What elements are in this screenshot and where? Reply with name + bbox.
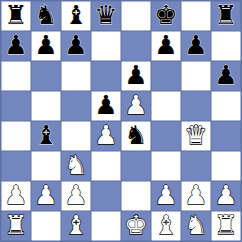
square-c4[interactable]	[61, 121, 91, 151]
piece-black-pawn[interactable]: ♟	[64, 32, 87, 58]
square-c6[interactable]	[61, 61, 91, 91]
square-d3[interactable]	[91, 151, 121, 181]
square-f1[interactable]: ♝	[151, 211, 181, 241]
piece-white-bishop[interactable]: ♝	[154, 212, 177, 238]
square-c3[interactable]: ♞	[61, 151, 91, 181]
square-c5[interactable]	[61, 91, 91, 121]
square-h7[interactable]	[211, 31, 241, 61]
piece-white-bishop[interactable]: ♝	[64, 212, 87, 238]
piece-white-pawn[interactable]: ♟	[124, 92, 147, 118]
piece-white-pawn[interactable]: ♟	[34, 182, 57, 208]
piece-black-rook[interactable]: ♜	[4, 2, 27, 28]
square-e8[interactable]	[121, 1, 151, 31]
square-b8[interactable]: ♞	[31, 1, 61, 31]
square-f4[interactable]	[151, 121, 181, 151]
square-g3[interactable]	[181, 151, 211, 181]
piece-white-pawn[interactable]: ♟	[4, 182, 27, 208]
chess-board: ♜♞♝♛♚♜♟♟♟♟♟♟♟♟♟♝♟♞♛♞♟♟♟♟♟♟♜♝♚♝♞♜	[0, 0, 242, 242]
square-f2[interactable]: ♟	[151, 181, 181, 211]
square-c1[interactable]: ♝	[61, 211, 91, 241]
square-a6[interactable]	[1, 61, 31, 91]
square-b6[interactable]	[31, 61, 61, 91]
piece-black-pawn[interactable]: ♟	[214, 62, 237, 88]
square-d6[interactable]	[91, 61, 121, 91]
square-f8[interactable]: ♚	[151, 1, 181, 31]
square-b2[interactable]: ♟	[31, 181, 61, 211]
square-e6[interactable]: ♟	[121, 61, 151, 91]
square-h1[interactable]: ♜	[211, 211, 241, 241]
square-f5[interactable]	[151, 91, 181, 121]
square-g7[interactable]: ♟	[181, 31, 211, 61]
square-b7[interactable]: ♟	[31, 31, 61, 61]
piece-white-pawn[interactable]: ♟	[154, 182, 177, 208]
piece-white-rook[interactable]: ♜	[4, 212, 27, 238]
piece-black-pawn[interactable]: ♟	[184, 32, 207, 58]
piece-black-bishop[interactable]: ♝	[34, 122, 57, 148]
piece-white-pawn[interactable]: ♟	[94, 122, 117, 148]
square-g4[interactable]: ♛	[181, 121, 211, 151]
square-e3[interactable]	[121, 151, 151, 181]
piece-black-king[interactable]: ♚	[154, 2, 177, 28]
square-e7[interactable]	[121, 31, 151, 61]
square-h8[interactable]: ♜	[211, 1, 241, 31]
piece-white-queen[interactable]: ♛	[184, 122, 207, 148]
piece-white-pawn[interactable]: ♟	[214, 182, 237, 208]
piece-black-rook[interactable]: ♜	[214, 2, 237, 28]
piece-white-pawn[interactable]: ♟	[184, 182, 207, 208]
square-a7[interactable]: ♟	[1, 31, 31, 61]
square-c7[interactable]: ♟	[61, 31, 91, 61]
square-g2[interactable]: ♟	[181, 181, 211, 211]
square-a1[interactable]: ♜	[1, 211, 31, 241]
square-e2[interactable]	[121, 181, 151, 211]
square-d2[interactable]	[91, 181, 121, 211]
square-f7[interactable]: ♟	[151, 31, 181, 61]
square-a5[interactable]	[1, 91, 31, 121]
square-f3[interactable]	[151, 151, 181, 181]
square-a2[interactable]: ♟	[1, 181, 31, 211]
piece-white-king[interactable]: ♚	[124, 212, 147, 238]
square-d5[interactable]: ♟	[91, 91, 121, 121]
square-d4[interactable]: ♟	[91, 121, 121, 151]
square-g8[interactable]	[181, 1, 211, 31]
square-f6[interactable]	[151, 61, 181, 91]
piece-white-knight[interactable]: ♞	[184, 212, 207, 238]
piece-black-pawn[interactable]: ♟	[4, 32, 27, 58]
square-e5[interactable]: ♟	[121, 91, 151, 121]
square-b3[interactable]	[31, 151, 61, 181]
square-h5[interactable]	[211, 91, 241, 121]
square-c2[interactable]: ♟	[61, 181, 91, 211]
piece-black-queen[interactable]: ♛	[94, 2, 117, 28]
piece-black-pawn[interactable]: ♟	[94, 92, 117, 118]
piece-black-pawn[interactable]: ♟	[154, 32, 177, 58]
piece-black-knight[interactable]: ♞	[34, 2, 57, 28]
square-d7[interactable]	[91, 31, 121, 61]
square-h4[interactable]	[211, 121, 241, 151]
square-a8[interactable]: ♜	[1, 1, 31, 31]
piece-white-knight[interactable]: ♞	[64, 152, 87, 178]
piece-black-pawn[interactable]: ♟	[34, 32, 57, 58]
square-h2[interactable]: ♟	[211, 181, 241, 211]
piece-black-bishop[interactable]: ♝	[64, 2, 87, 28]
square-h6[interactable]: ♟	[211, 61, 241, 91]
square-g1[interactable]: ♞	[181, 211, 211, 241]
square-b4[interactable]: ♝	[31, 121, 61, 151]
piece-black-pawn[interactable]: ♟	[124, 62, 147, 88]
square-a3[interactable]	[1, 151, 31, 181]
square-d1[interactable]	[91, 211, 121, 241]
piece-black-knight[interactable]: ♞	[124, 122, 147, 148]
square-e1[interactable]: ♚	[121, 211, 151, 241]
square-g6[interactable]	[181, 61, 211, 91]
square-h3[interactable]	[211, 151, 241, 181]
square-c8[interactable]: ♝	[61, 1, 91, 31]
piece-white-rook[interactable]: ♜	[214, 212, 237, 238]
square-g5[interactable]	[181, 91, 211, 121]
square-e4[interactable]: ♞	[121, 121, 151, 151]
piece-white-pawn[interactable]: ♟	[64, 182, 87, 208]
square-b1[interactable]	[31, 211, 61, 241]
square-b5[interactable]	[31, 91, 61, 121]
square-a4[interactable]	[1, 121, 31, 151]
square-d8[interactable]: ♛	[91, 1, 121, 31]
